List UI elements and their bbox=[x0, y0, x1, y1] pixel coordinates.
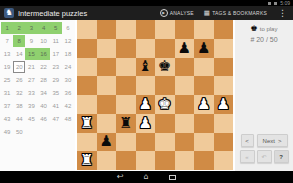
board-square[interactable] bbox=[77, 39, 97, 58]
puzzle-number-cell[interactable]: 19 bbox=[1, 61, 13, 73]
next-chevron-icon: > bbox=[278, 138, 282, 144]
puzzle-number-cell[interactable]: 7 bbox=[1, 35, 13, 47]
board-square[interactable] bbox=[116, 58, 136, 77]
puzzle-number-cell[interactable]: 25 bbox=[1, 74, 13, 86]
puzzle-number-cell[interactable]: 47 bbox=[50, 113, 62, 125]
board-square[interactable]: ♟ bbox=[194, 95, 214, 114]
black-king: ♚ bbox=[158, 59, 171, 74]
board-square[interactable]: ♜ bbox=[116, 114, 136, 133]
board-square[interactable]: ♚ bbox=[155, 58, 175, 77]
puzzle-number-cell[interactable]: 42 bbox=[62, 100, 74, 112]
board-square[interactable] bbox=[136, 39, 156, 58]
chess-board-frame: ♟♟♝♚♟♚♟♟♜♜♟♟♜ bbox=[75, 20, 235, 171]
board-square[interactable] bbox=[116, 151, 136, 170]
puzzle-number-cell[interactable]: 13 bbox=[1, 48, 13, 60]
action-bar: ♞ Intermediate puzzles ▶ ANALYSE ▦ TAGS … bbox=[0, 6, 293, 20]
board-square[interactable] bbox=[214, 58, 234, 77]
puzzle-number-cell[interactable]: 27 bbox=[25, 74, 37, 86]
board-square[interactable] bbox=[77, 58, 97, 77]
white-rook: ♜ bbox=[80, 153, 93, 168]
board-square[interactable]: ♟ bbox=[175, 39, 195, 58]
main-content: 1234567891011121314151617181920212223242… bbox=[0, 20, 293, 171]
puzzle-number-cell[interactable]: 20 bbox=[13, 61, 25, 73]
puzzle-number-cell[interactable]: 9 bbox=[25, 35, 37, 47]
puzzle-number-cell[interactable]: 37 bbox=[1, 100, 13, 112]
puzzle-number-cell[interactable]: 40 bbox=[38, 100, 50, 112]
puzzle-counter: # 20 / 50 bbox=[250, 36, 277, 43]
board-square[interactable] bbox=[214, 76, 234, 95]
board-square[interactable] bbox=[175, 20, 195, 39]
board-square[interactable]: ♜ bbox=[77, 151, 97, 170]
puzzle-number-cell[interactable]: 44 bbox=[13, 113, 25, 125]
white-pawn: ♟ bbox=[139, 116, 152, 131]
puzzle-number-cell[interactable]: 22 bbox=[38, 61, 50, 73]
board-square[interactable] bbox=[116, 20, 136, 39]
puzzle-number-cell[interactable]: 43 bbox=[1, 113, 13, 125]
signal-icon bbox=[268, 2, 271, 5]
recents-icon[interactable] bbox=[169, 175, 176, 180]
black-pawn: ♟ bbox=[178, 41, 191, 56]
board-square[interactable] bbox=[97, 39, 117, 58]
board-square[interactable] bbox=[116, 76, 136, 95]
board-square[interactable] bbox=[214, 133, 234, 152]
board-square[interactable] bbox=[116, 133, 136, 152]
puzzle-number-cell[interactable]: 46 bbox=[38, 113, 50, 125]
puzzle-number-cell[interactable]: 2 bbox=[13, 22, 25, 34]
white-pawn: ♟ bbox=[197, 97, 210, 112]
puzzle-number-cell[interactable]: 29 bbox=[50, 74, 62, 86]
puzzle-number-cell[interactable]: 18 bbox=[62, 48, 74, 60]
puzzle-number-cell[interactable]: 12 bbox=[62, 35, 74, 47]
black-pawn: ♟ bbox=[100, 134, 113, 149]
board-square[interactable] bbox=[175, 133, 195, 152]
puzzle-number-cell[interactable]: 50 bbox=[13, 126, 25, 138]
puzzle-number-cell[interactable]: 30 bbox=[62, 74, 74, 86]
puzzle-number-cell[interactable]: 10 bbox=[38, 35, 50, 47]
board-square[interactable] bbox=[214, 114, 234, 133]
black-bishop: ♝ bbox=[139, 59, 152, 74]
board-square[interactable] bbox=[175, 58, 195, 77]
clock-text: 5:09 bbox=[280, 0, 290, 6]
board-square[interactable] bbox=[77, 76, 97, 95]
puzzle-number-cell[interactable]: 16 bbox=[38, 48, 50, 60]
puzzle-number-cell[interactable]: 41 bbox=[50, 100, 62, 112]
back-icon[interactable]: ↩ bbox=[117, 171, 124, 183]
puzzle-number-cell[interactable]: 4 bbox=[38, 22, 50, 34]
android-nav-bar: ↩ ⌂ bbox=[0, 171, 293, 183]
puzzle-number-cell[interactable]: 3 bbox=[25, 22, 37, 34]
puzzle-number-cell[interactable]: 14 bbox=[13, 48, 25, 60]
board-square[interactable] bbox=[214, 151, 234, 170]
board-square[interactable] bbox=[155, 39, 175, 58]
puzzle-number-cell[interactable]: 11 bbox=[50, 35, 62, 47]
puzzle-number-cell[interactable]: 33 bbox=[25, 87, 37, 99]
board-square[interactable] bbox=[155, 151, 175, 170]
board-square[interactable] bbox=[194, 20, 214, 39]
board-square[interactable] bbox=[116, 39, 136, 58]
puzzle-number-cell[interactable]: 8 bbox=[13, 35, 25, 47]
puzzle-number-grid: 1234567891011121314151617181920212223242… bbox=[0, 22, 75, 138]
white-pawn: ♟ bbox=[139, 97, 152, 112]
board-square[interactable] bbox=[136, 133, 156, 152]
board-square[interactable] bbox=[194, 133, 214, 152]
puzzle-number-cell[interactable]: 36 bbox=[62, 87, 74, 99]
puzzle-number-cell[interactable]: 5 bbox=[50, 22, 62, 34]
puzzle-number-cell[interactable]: 34 bbox=[38, 87, 50, 99]
board-square[interactable]: ♟ bbox=[214, 95, 234, 114]
board-square[interactable]: ♝ bbox=[136, 58, 156, 77]
board-square[interactable] bbox=[155, 133, 175, 152]
board-square[interactable]: ♟ bbox=[194, 39, 214, 58]
puzzle-number-cell[interactable]: 32 bbox=[13, 87, 25, 99]
board-square[interactable] bbox=[214, 39, 234, 58]
app-logo-knight-icon: ♞ bbox=[4, 8, 14, 18]
white-king: ♚ bbox=[158, 97, 171, 112]
board-square[interactable] bbox=[175, 114, 195, 133]
next-puzzle-button[interactable]: Next > bbox=[257, 134, 288, 147]
board-square[interactable]: ♟ bbox=[136, 114, 156, 133]
board-square[interactable] bbox=[116, 95, 136, 114]
board-square[interactable] bbox=[155, 114, 175, 133]
puzzle-number-cell[interactable]: 28 bbox=[38, 74, 50, 86]
puzzle-number-cell[interactable]: 6 bbox=[62, 22, 74, 34]
puzzle-list-sidebar: 1234567891011121314151617181920212223242… bbox=[0, 20, 75, 171]
analyse-label: ANALYSE bbox=[170, 10, 194, 16]
black-king-icon: ♚ bbox=[251, 25, 258, 33]
puzzle-info-panel: ♚ to play # 20 / 50 < Next > « ↶ ? bbox=[235, 20, 293, 171]
puzzle-number-cell[interactable]: 31 bbox=[1, 87, 13, 99]
board-square[interactable] bbox=[194, 151, 214, 170]
puzzle-number-cell[interactable]: 26 bbox=[13, 74, 25, 86]
board-square[interactable]: ♟ bbox=[97, 133, 117, 152]
tags-bookmarks-button[interactable]: ▦ TAGS & BOOKMARKS bbox=[201, 8, 270, 19]
board-square[interactable] bbox=[77, 95, 97, 114]
prev-next-row: < Next > bbox=[241, 134, 288, 147]
puzzle-number-cell[interactable]: 49 bbox=[1, 126, 13, 138]
battery-icon bbox=[274, 2, 277, 5]
home-icon[interactable]: ⌂ bbox=[144, 171, 149, 183]
to-play-label: to play bbox=[260, 26, 278, 32]
puzzle-number-cell[interactable]: 38 bbox=[13, 100, 25, 112]
overflow-menu-icon[interactable]: ⋮ bbox=[274, 8, 289, 18]
puzzle-number-cell[interactable]: 23 bbox=[50, 61, 62, 73]
page-title: Intermediate puzzles bbox=[18, 9, 87, 18]
puzzle-number-cell[interactable]: 21 bbox=[25, 61, 37, 73]
board-square[interactable] bbox=[175, 95, 195, 114]
board-square[interactable]: ♟ bbox=[136, 95, 156, 114]
board-square[interactable] bbox=[194, 58, 214, 77]
board-square[interactable] bbox=[97, 114, 117, 133]
tags-bookmarks-label: TAGS & BOOKMARKS bbox=[212, 10, 267, 16]
puzzle-number-cell[interactable]: 17 bbox=[50, 48, 62, 60]
puzzle-number-cell[interactable]: 48 bbox=[62, 113, 74, 125]
board-square[interactable] bbox=[155, 20, 175, 39]
board-square[interactable] bbox=[194, 114, 214, 133]
puzzle-number-cell[interactable]: 15 bbox=[25, 48, 37, 60]
board-square[interactable] bbox=[77, 133, 97, 152]
analyse-button[interactable]: ▶ ANALYSE bbox=[157, 7, 197, 19]
black-rook: ♜ bbox=[119, 116, 132, 131]
hint-button[interactable]: ? bbox=[274, 150, 289, 163]
previous-puzzle-button[interactable]: < bbox=[241, 134, 254, 147]
black-pawn: ♟ bbox=[197, 41, 210, 56]
puzzle-number-cell[interactable]: 45 bbox=[25, 113, 37, 125]
board-square[interactable] bbox=[97, 20, 117, 39]
board-square[interactable] bbox=[97, 76, 117, 95]
chess-board: ♟♟♝♚♟♚♟♟♜♜♟♟♜ bbox=[77, 20, 233, 170]
board-square[interactable] bbox=[155, 76, 175, 95]
board-square[interactable] bbox=[136, 20, 156, 39]
board-square[interactable] bbox=[136, 76, 156, 95]
analyse-play-circle-icon: ▶ bbox=[160, 9, 168, 17]
undo-move-button[interactable]: ↶ bbox=[257, 150, 272, 163]
next-label: Next bbox=[263, 138, 275, 144]
board-square[interactable] bbox=[97, 58, 117, 77]
tool-button-row: « ↶ ? bbox=[240, 150, 289, 163]
board-square[interactable] bbox=[136, 151, 156, 170]
side-to-play: ♚ to play bbox=[251, 25, 278, 33]
board-square[interactable]: ♜ bbox=[77, 114, 97, 133]
puzzle-number-cell[interactable]: 1 bbox=[1, 22, 13, 34]
app-screen: 5:09 ♞ Intermediate puzzles ▶ ANALYSE ▦ … bbox=[0, 0, 293, 183]
board-square[interactable] bbox=[175, 76, 195, 95]
first-move-button[interactable]: « bbox=[240, 150, 255, 163]
puzzle-number-cell[interactable]: 24 bbox=[62, 61, 74, 73]
white-pawn: ♟ bbox=[217, 97, 230, 112]
board-square[interactable] bbox=[194, 76, 214, 95]
board-square[interactable] bbox=[175, 151, 195, 170]
board-square[interactable] bbox=[97, 151, 117, 170]
board-square[interactable]: ♚ bbox=[155, 95, 175, 114]
board-square[interactable] bbox=[77, 20, 97, 39]
board-square[interactable] bbox=[97, 95, 117, 114]
puzzle-number-cell[interactable]: 35 bbox=[50, 87, 62, 99]
board-square[interactable] bbox=[214, 20, 234, 39]
grid-icon: ▦ bbox=[204, 10, 210, 17]
white-rook: ♜ bbox=[80, 116, 93, 131]
puzzle-number-cell[interactable]: 39 bbox=[25, 100, 37, 112]
